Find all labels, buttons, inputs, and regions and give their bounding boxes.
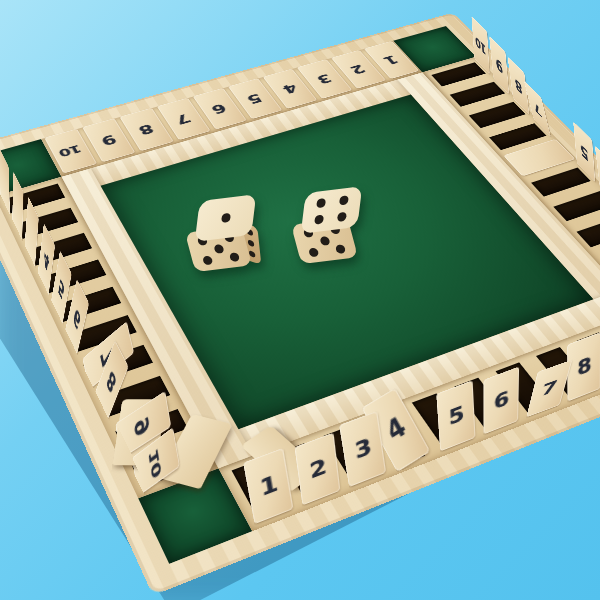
tile-number: 1 bbox=[381, 53, 401, 66]
tile-number: 5 bbox=[245, 91, 265, 105]
tile-number: 5 bbox=[448, 403, 464, 429]
tile-number: 7 bbox=[532, 98, 543, 119]
shut-the-box-board: 10987654321 1098754321 12345678910 45678… bbox=[0, 13, 600, 596]
tile-number: 1 bbox=[259, 472, 279, 500]
tile-number: 7 bbox=[540, 378, 558, 399]
tile-number: 9 bbox=[133, 412, 153, 438]
empty-slot bbox=[577, 215, 600, 247]
table-surface: 10987654321 1098754321 12345678910 45678… bbox=[0, 0, 600, 600]
tile-number: 6 bbox=[210, 101, 229, 115]
tile-number: 8 bbox=[514, 75, 523, 97]
tile-number: 4 bbox=[280, 82, 300, 96]
tile-number: 5 bbox=[57, 274, 65, 302]
tile-number: 8 bbox=[137, 122, 156, 137]
tile-south-7-open[interactable]: 7 bbox=[526, 359, 572, 417]
tile-number: 2 bbox=[309, 456, 327, 483]
tile-west-3-open[interactable] bbox=[25, 196, 39, 268]
tile-number: 4 bbox=[43, 246, 50, 273]
tile-number: 8 bbox=[105, 366, 118, 396]
tile-south-6-open[interactable]: 6 bbox=[483, 366, 519, 434]
board-scene: 10987654321 1098754321 12345678910 45678… bbox=[0, 13, 600, 596]
tile-number: 6 bbox=[72, 303, 81, 332]
tile-number: 9 bbox=[495, 55, 503, 77]
tile-number: 8 bbox=[578, 354, 592, 379]
tile-west-4-open[interactable]: 4 bbox=[37, 223, 55, 297]
tile-south-5-open[interactable]: 5 bbox=[436, 380, 475, 451]
tile-number: 3 bbox=[354, 435, 373, 463]
tile-number: 10 bbox=[147, 445, 163, 480]
tile-number: 10 bbox=[58, 143, 84, 158]
tile-number: 9 bbox=[99, 132, 118, 147]
tile-number: 6 bbox=[494, 388, 509, 413]
tile-south-8-open[interactable]: 8 bbox=[567, 332, 600, 402]
tile-number: 4 bbox=[382, 414, 408, 445]
tile-number: 10 bbox=[475, 34, 486, 57]
tile-number: 3 bbox=[315, 72, 335, 85]
tile-number: 2 bbox=[348, 63, 368, 76]
tile-south-2-open[interactable]: 2 bbox=[294, 432, 340, 505]
tile-number: 5 bbox=[580, 141, 589, 164]
tile-number: 7 bbox=[174, 112, 193, 126]
